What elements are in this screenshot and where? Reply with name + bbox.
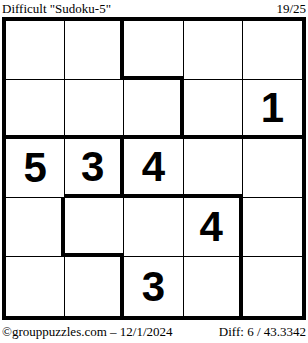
cell-r5c3[interactable]: 3 bbox=[124, 257, 183, 316]
difficulty-rating: Diff: 6 / 43.3342 bbox=[219, 324, 306, 340]
cell-r1c5[interactable] bbox=[243, 21, 302, 80]
cell-r4c5[interactable] bbox=[243, 198, 302, 257]
cell-r5c2[interactable] bbox=[65, 257, 124, 316]
cell-r5c4[interactable] bbox=[184, 257, 243, 316]
footer: ©grouppuzzles.com – 12/1/2024 Diff: 6 / … bbox=[2, 324, 306, 340]
cell-r3c1[interactable]: 5 bbox=[6, 139, 65, 198]
cell-r1c1[interactable] bbox=[6, 21, 65, 80]
cell-r4c1[interactable] bbox=[6, 198, 65, 257]
cell-r4c2[interactable] bbox=[65, 198, 124, 257]
cell-r4c4[interactable]: 4 bbox=[184, 198, 243, 257]
remaining-counter: 19/25 bbox=[276, 1, 306, 17]
cell-r4c3[interactable] bbox=[124, 198, 183, 257]
cell-r5c1[interactable] bbox=[6, 257, 65, 316]
board-grid: 153443 bbox=[2, 17, 306, 320]
cell-r5c5[interactable] bbox=[243, 257, 302, 316]
cell-r3c3[interactable]: 4 bbox=[124, 139, 183, 198]
cell-r2c2[interactable] bbox=[65, 80, 124, 139]
cell-r2c5[interactable]: 1 bbox=[243, 80, 302, 139]
cell-r2c3[interactable] bbox=[124, 80, 183, 139]
page-title: Difficult "Sudoku-5" bbox=[2, 1, 111, 17]
cell-r3c2[interactable]: 3 bbox=[65, 139, 124, 198]
cell-r3c4[interactable] bbox=[184, 139, 243, 198]
cell-r1c3[interactable] bbox=[124, 21, 183, 80]
copyright-date: ©grouppuzzles.com – 12/1/2024 bbox=[2, 324, 173, 340]
cell-r2c4[interactable] bbox=[184, 80, 243, 139]
cell-r2c1[interactable] bbox=[6, 80, 65, 139]
cell-r1c2[interactable] bbox=[65, 21, 124, 80]
cell-r3c5[interactable] bbox=[243, 139, 302, 198]
cell-r1c4[interactable] bbox=[184, 21, 243, 80]
